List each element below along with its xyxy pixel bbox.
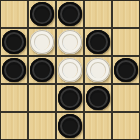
black-piece[interactable]: ●	[2, 30, 26, 54]
black-piece[interactable]: ●	[2, 58, 26, 82]
white-piece[interactable]: ●	[58, 58, 82, 82]
black-piece[interactable]: ●	[114, 58, 138, 82]
cell-r4c4[interactable]	[113, 113, 139, 139]
cell-r0c0[interactable]	[1, 1, 27, 27]
cell-r2c3[interactable]: ●	[85, 57, 111, 83]
white-piece[interactable]: ●	[58, 30, 82, 54]
black-piece[interactable]: ●	[86, 86, 110, 110]
cell-r3c0[interactable]	[1, 85, 27, 111]
cell-r2c1[interactable]: ●	[29, 57, 55, 83]
cell-r1c2[interactable]: ●	[57, 29, 83, 55]
cell-r1c1[interactable]: ●	[29, 29, 55, 55]
cell-r4c3[interactable]	[85, 113, 111, 139]
cell-r2c0[interactable]: ●	[1, 57, 27, 83]
cell-r4c0[interactable]	[1, 113, 27, 139]
cell-r1c4[interactable]	[113, 29, 139, 55]
white-piece[interactable]: ●	[86, 58, 110, 82]
cell-r1c3[interactable]: ●	[85, 29, 111, 55]
cell-r0c3[interactable]	[85, 1, 111, 27]
cell-r4c2[interactable]: ●	[57, 113, 83, 139]
cell-r0c1[interactable]: ●	[29, 1, 55, 27]
game-board: ●●●●●●●●●●●●●●	[0, 0, 140, 140]
black-piece[interactable]: ●	[30, 2, 54, 26]
cell-r0c4[interactable]	[113, 1, 139, 27]
black-piece[interactable]: ●	[86, 30, 110, 54]
black-piece[interactable]: ●	[58, 86, 82, 110]
cell-r3c1[interactable]	[29, 85, 55, 111]
cell-r3c3[interactable]: ●	[85, 85, 111, 111]
cell-r2c4[interactable]: ●	[113, 57, 139, 83]
cell-r1c0[interactable]: ●	[1, 29, 27, 55]
cell-r0c2[interactable]: ●	[57, 1, 83, 27]
black-piece[interactable]: ●	[30, 58, 54, 82]
black-piece[interactable]: ●	[58, 2, 82, 26]
cell-r3c4[interactable]	[113, 85, 139, 111]
white-piece[interactable]: ●	[30, 30, 54, 54]
cell-r2c2[interactable]: ●	[57, 57, 83, 83]
cell-r3c2[interactable]: ●	[57, 85, 83, 111]
cell-r4c1[interactable]	[29, 113, 55, 139]
black-piece[interactable]: ●	[58, 114, 82, 138]
